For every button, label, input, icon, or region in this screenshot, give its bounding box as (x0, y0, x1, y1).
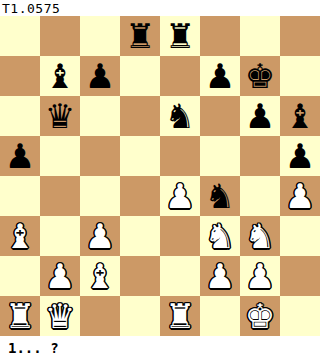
white-bishop-piece: ♝ (85, 256, 115, 296)
white-pawn-piece: ♟ (285, 176, 315, 216)
square-a5[interactable]: ♟ (0, 136, 40, 176)
black-queen-piece: ♛ (45, 96, 75, 136)
square-d6[interactable] (120, 96, 160, 136)
square-c5[interactable] (80, 136, 120, 176)
square-b5[interactable] (40, 136, 80, 176)
square-b6[interactable]: ♛ (40, 96, 80, 136)
square-b4[interactable] (40, 176, 80, 216)
white-knight-piece: ♞ (205, 216, 235, 256)
white-king-piece: ♚ (245, 296, 275, 336)
square-g1[interactable]: ♚ (240, 296, 280, 336)
square-e6[interactable]: ♞ (160, 96, 200, 136)
square-d2[interactable] (120, 256, 160, 296)
square-b8[interactable] (40, 16, 80, 56)
white-pawn-piece: ♟ (45, 256, 75, 296)
square-d5[interactable] (120, 136, 160, 176)
chess-board: ♜♜♝♟♟♚♛♞♟♝♟♟♟♞♟♝♟♞♞♟♝♟♟♜♛♜♚ (0, 16, 320, 336)
black-knight-piece: ♞ (165, 96, 195, 136)
square-b2[interactable]: ♟ (40, 256, 80, 296)
black-rook-piece: ♜ (125, 16, 155, 56)
black-pawn-piece: ♟ (245, 96, 275, 136)
square-d8[interactable]: ♜ (120, 16, 160, 56)
square-h5[interactable]: ♟ (280, 136, 320, 176)
square-a1[interactable]: ♜ (0, 296, 40, 336)
white-knight-piece: ♞ (245, 216, 275, 256)
square-h8[interactable] (280, 16, 320, 56)
square-h6[interactable]: ♝ (280, 96, 320, 136)
square-f8[interactable] (200, 16, 240, 56)
white-queen-piece: ♛ (45, 296, 75, 336)
square-g8[interactable] (240, 16, 280, 56)
square-e2[interactable] (160, 256, 200, 296)
square-e5[interactable] (160, 136, 200, 176)
square-h4[interactable]: ♟ (280, 176, 320, 216)
square-f1[interactable] (200, 296, 240, 336)
square-g5[interactable] (240, 136, 280, 176)
black-bishop-piece: ♝ (45, 56, 75, 96)
square-f3[interactable]: ♞ (200, 216, 240, 256)
white-pawn-piece: ♟ (85, 216, 115, 256)
square-d4[interactable] (120, 176, 160, 216)
black-pawn-piece: ♟ (205, 56, 235, 96)
square-g7[interactable]: ♚ (240, 56, 280, 96)
black-rook-piece: ♜ (165, 16, 195, 56)
square-e1[interactable]: ♜ (160, 296, 200, 336)
square-c4[interactable] (80, 176, 120, 216)
black-bishop-piece: ♝ (285, 96, 315, 136)
black-pawn-piece: ♟ (5, 136, 35, 176)
square-h3[interactable] (280, 216, 320, 256)
square-e8[interactable]: ♜ (160, 16, 200, 56)
puzzle-id: T1.0575 (0, 1, 60, 16)
square-a4[interactable] (0, 176, 40, 216)
square-b1[interactable]: ♛ (40, 296, 80, 336)
square-f4[interactable]: ♞ (200, 176, 240, 216)
square-a3[interactable]: ♝ (0, 216, 40, 256)
square-c6[interactable] (80, 96, 120, 136)
white-rook-piece: ♜ (165, 296, 195, 336)
black-pawn-piece: ♟ (285, 136, 315, 176)
square-g6[interactable]: ♟ (240, 96, 280, 136)
square-e4[interactable]: ♟ (160, 176, 200, 216)
square-f7[interactable]: ♟ (200, 56, 240, 96)
square-a7[interactable] (0, 56, 40, 96)
white-bishop-piece: ♝ (5, 216, 35, 256)
square-a2[interactable] (0, 256, 40, 296)
header: T1.0575 (0, 0, 320, 16)
square-d7[interactable] (120, 56, 160, 96)
square-f2[interactable]: ♟ (200, 256, 240, 296)
square-f6[interactable] (200, 96, 240, 136)
square-h1[interactable] (280, 296, 320, 336)
square-a6[interactable] (0, 96, 40, 136)
square-c1[interactable] (80, 296, 120, 336)
square-g3[interactable]: ♞ (240, 216, 280, 256)
square-b7[interactable]: ♝ (40, 56, 80, 96)
square-d1[interactable] (120, 296, 160, 336)
black-knight-piece: ♞ (205, 176, 235, 216)
white-pawn-piece: ♟ (245, 256, 275, 296)
square-a8[interactable] (0, 16, 40, 56)
black-pawn-piece: ♟ (85, 56, 115, 96)
move-prompt: 1... ? (0, 340, 59, 356)
white-rook-piece: ♜ (5, 296, 35, 336)
square-g2[interactable]: ♟ (240, 256, 280, 296)
square-e7[interactable] (160, 56, 200, 96)
square-g4[interactable] (240, 176, 280, 216)
square-c7[interactable]: ♟ (80, 56, 120, 96)
square-c3[interactable]: ♟ (80, 216, 120, 256)
square-h2[interactable] (280, 256, 320, 296)
square-b3[interactable] (40, 216, 80, 256)
square-e3[interactable] (160, 216, 200, 256)
square-c8[interactable] (80, 16, 120, 56)
black-king-piece: ♚ (245, 56, 275, 96)
square-f5[interactable] (200, 136, 240, 176)
square-c2[interactable]: ♝ (80, 256, 120, 296)
square-h7[interactable] (280, 56, 320, 96)
footer: 1... ? (0, 336, 320, 360)
white-pawn-piece: ♟ (205, 256, 235, 296)
white-pawn-piece: ♟ (165, 176, 195, 216)
square-d3[interactable] (120, 216, 160, 256)
